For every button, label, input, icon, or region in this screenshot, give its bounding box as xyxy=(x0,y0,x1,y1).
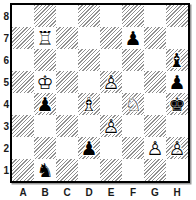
square-f6[interactable] xyxy=(122,49,144,71)
piece-black-king: ♚ xyxy=(168,93,185,115)
square-a8[interactable] xyxy=(12,5,34,27)
chess-board-frame: ♖♟♝♔♙♟♟♗♘♚♙♟♙♙♞ xyxy=(10,3,190,183)
square-c3[interactable] xyxy=(56,115,78,137)
square-f7[interactable]: ♟ xyxy=(122,27,144,49)
square-d1[interactable] xyxy=(78,159,100,181)
square-d2[interactable]: ♟ xyxy=(78,137,100,159)
square-g1[interactable] xyxy=(144,159,166,181)
square-d6[interactable] xyxy=(78,49,100,71)
square-f3[interactable] xyxy=(122,115,144,137)
file-label-d: D xyxy=(78,185,100,199)
piece-white-king: ♔ xyxy=(36,71,53,93)
rank-label-7: 7 xyxy=(0,27,9,49)
square-g3[interactable] xyxy=(144,115,166,137)
rank-label-8: 8 xyxy=(0,5,9,27)
square-f8[interactable] xyxy=(122,5,144,27)
square-a1[interactable] xyxy=(12,159,34,181)
file-label-f: F xyxy=(122,185,144,199)
square-h3[interactable] xyxy=(166,115,188,137)
square-e5[interactable]: ♙ xyxy=(100,71,122,93)
square-h5[interactable]: ♟ xyxy=(166,71,188,93)
piece-white-pawn: ♙ xyxy=(168,137,185,159)
file-label-g: G xyxy=(144,185,166,199)
square-d5[interactable] xyxy=(78,71,100,93)
square-f2[interactable] xyxy=(122,137,144,159)
square-g5[interactable] xyxy=(144,71,166,93)
square-c2[interactable] xyxy=(56,137,78,159)
square-e2[interactable] xyxy=(100,137,122,159)
piece-black-pawn: ♟ xyxy=(36,93,53,115)
square-a6[interactable] xyxy=(12,49,34,71)
square-c5[interactable] xyxy=(56,71,78,93)
square-h8[interactable] xyxy=(166,5,188,27)
square-b2[interactable] xyxy=(34,137,56,159)
rank-label-6: 6 xyxy=(0,49,9,71)
file-label-a: A xyxy=(12,185,34,199)
square-h7[interactable] xyxy=(166,27,188,49)
piece-black-bishop: ♝ xyxy=(168,49,185,71)
square-g4[interactable] xyxy=(144,93,166,115)
square-d7[interactable] xyxy=(78,27,100,49)
piece-white-pawn: ♙ xyxy=(102,71,119,93)
rank-labels: 87654321 xyxy=(0,5,9,181)
square-h6[interactable]: ♝ xyxy=(166,49,188,71)
square-c6[interactable] xyxy=(56,49,78,71)
square-a7[interactable] xyxy=(12,27,34,49)
rank-label-2: 2 xyxy=(0,137,9,159)
piece-black-knight: ♞ xyxy=(36,159,53,181)
square-d8[interactable] xyxy=(78,5,100,27)
file-label-c: C xyxy=(56,185,78,199)
square-a2[interactable] xyxy=(12,137,34,159)
square-a5[interactable] xyxy=(12,71,34,93)
piece-white-bishop: ♗ xyxy=(80,93,97,115)
square-d4[interactable]: ♗ xyxy=(78,93,100,115)
file-label-b: B xyxy=(34,185,56,199)
rank-label-1: 1 xyxy=(0,159,9,181)
square-g6[interactable] xyxy=(144,49,166,71)
square-f5[interactable] xyxy=(122,71,144,93)
file-label-e: E xyxy=(100,185,122,199)
square-h2[interactable]: ♙ xyxy=(166,137,188,159)
square-c7[interactable] xyxy=(56,27,78,49)
rank-label-4: 4 xyxy=(0,93,9,115)
square-d3[interactable] xyxy=(78,115,100,137)
rank-label-5: 5 xyxy=(0,71,9,93)
square-e6[interactable] xyxy=(100,49,122,71)
square-a4[interactable] xyxy=(12,93,34,115)
piece-white-rook: ♖ xyxy=(36,27,53,49)
chess-diagram: 87654321 ♖♟♝♔♙♟♟♗♘♚♙♟♙♙♞ ABCDEFGH xyxy=(0,0,196,200)
square-g8[interactable] xyxy=(144,5,166,27)
square-e7[interactable] xyxy=(100,27,122,49)
square-c1[interactable] xyxy=(56,159,78,181)
square-e8[interactable] xyxy=(100,5,122,27)
file-labels: ABCDEFGH xyxy=(12,185,188,199)
square-h4[interactable]: ♚ xyxy=(166,93,188,115)
chess-board: ♖♟♝♔♙♟♟♗♘♚♙♟♙♙♞ xyxy=(12,5,188,181)
file-label-h: H xyxy=(166,185,188,199)
square-c4[interactable] xyxy=(56,93,78,115)
square-g7[interactable] xyxy=(144,27,166,49)
square-b8[interactable] xyxy=(34,5,56,27)
square-f4[interactable]: ♘ xyxy=(122,93,144,115)
piece-white-knight: ♘ xyxy=(124,93,141,115)
square-e4[interactable] xyxy=(100,93,122,115)
piece-white-pawn: ♙ xyxy=(146,137,163,159)
square-f1[interactable] xyxy=(122,159,144,181)
square-b6[interactable] xyxy=(34,49,56,71)
piece-black-pawn: ♟ xyxy=(168,71,185,93)
square-b7[interactable]: ♖ xyxy=(34,27,56,49)
square-c8[interactable] xyxy=(56,5,78,27)
rank-label-3: 3 xyxy=(0,115,9,137)
square-e3[interactable]: ♙ xyxy=(100,115,122,137)
piece-black-pawn: ♟ xyxy=(80,137,97,159)
piece-white-pawn: ♙ xyxy=(102,115,119,137)
square-a3[interactable] xyxy=(12,115,34,137)
square-b1[interactable]: ♞ xyxy=(34,159,56,181)
square-b4[interactable]: ♟ xyxy=(34,93,56,115)
square-e1[interactable] xyxy=(100,159,122,181)
square-b5[interactable]: ♔ xyxy=(34,71,56,93)
square-b3[interactable] xyxy=(34,115,56,137)
piece-black-pawn: ♟ xyxy=(124,27,141,49)
square-h1[interactable] xyxy=(166,159,188,181)
square-g2[interactable]: ♙ xyxy=(144,137,166,159)
